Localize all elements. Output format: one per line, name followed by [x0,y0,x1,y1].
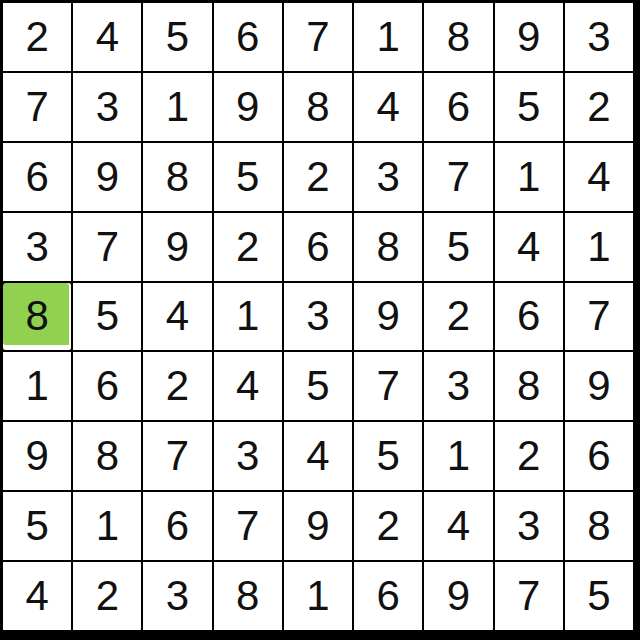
cell-r7c6[interactable]: 5 [354,422,422,490]
cell-r3c6[interactable]: 3 [354,143,422,211]
cell-r2c3[interactable]: 1 [143,73,211,141]
cell-r6c5[interactable]: 5 [284,352,352,420]
cell-r1c9[interactable]: 3 [565,3,633,71]
cell-r9c2[interactable]: 2 [73,562,141,630]
cell-r3c8[interactable]: 1 [495,143,563,211]
cell-r8c8[interactable]: 3 [495,492,563,560]
cell-r6c7[interactable]: 3 [424,352,492,420]
cell-r9c9[interactable]: 5 [565,562,633,630]
cell-r4c9[interactable]: 1 [565,213,633,281]
cell-r5c9[interactable]: 7 [565,283,633,351]
cell-r6c9[interactable]: 9 [565,352,633,420]
cell-r6c4[interactable]: 4 [214,352,282,420]
cell-r6c8[interactable]: 8 [495,352,563,420]
cell-r7c5[interactable]: 4 [284,422,352,490]
cell-r7c8[interactable]: 2 [495,422,563,490]
cell-r9c1[interactable]: 4 [3,562,71,630]
cell-r2c9[interactable]: 2 [565,73,633,141]
sudoku-board: 2456718937319846526985237143792685418541… [0,0,640,640]
cell-r8c4[interactable]: 7 [214,492,282,560]
cell-r8c2[interactable]: 1 [73,492,141,560]
cell-r7c4[interactable]: 3 [214,422,282,490]
highlighted-cell-r5c1[interactable]: 8 [3,283,71,351]
cell-r5c5[interactable]: 3 [284,283,352,351]
cell-r9c4[interactable]: 8 [214,562,282,630]
cell-r2c4[interactable]: 9 [214,73,282,141]
cell-r4c4[interactable]: 2 [214,213,282,281]
cell-r5c6[interactable]: 9 [354,283,422,351]
cell-r7c3[interactable]: 7 [143,422,211,490]
cell-r3c9[interactable]: 4 [565,143,633,211]
cell-r8c6[interactable]: 2 [354,492,422,560]
cell-r4c2[interactable]: 7 [73,213,141,281]
cell-r8c7[interactable]: 4 [424,492,492,560]
cell-r8c1[interactable]: 5 [3,492,71,560]
cell-r6c6[interactable]: 7 [354,352,422,420]
cell-r3c2[interactable]: 9 [73,143,141,211]
cell-r6c3[interactable]: 2 [143,352,211,420]
cell-r4c3[interactable]: 9 [143,213,211,281]
cell-r5c7[interactable]: 2 [424,283,492,351]
cell-r8c3[interactable]: 6 [143,492,211,560]
cell-r5c8[interactable]: 6 [495,283,563,351]
cell-r1c8[interactable]: 9 [495,3,563,71]
cell-r1c3[interactable]: 5 [143,3,211,71]
cell-r1c7[interactable]: 8 [424,3,492,71]
cell-r4c5[interactable]: 6 [284,213,352,281]
cell-r9c3[interactable]: 3 [143,562,211,630]
cell-r7c7[interactable]: 1 [424,422,492,490]
cell-r8c9[interactable]: 8 [565,492,633,560]
cell-r9c8[interactable]: 7 [495,562,563,630]
cell-r1c2[interactable]: 4 [73,3,141,71]
cell-r3c1[interactable]: 6 [3,143,71,211]
cell-r5c4[interactable]: 1 [214,283,282,351]
cell-r3c5[interactable]: 2 [284,143,352,211]
cell-r9c6[interactable]: 6 [354,562,422,630]
cell-r5c3[interactable]: 4 [143,283,211,351]
cell-r4c7[interactable]: 5 [424,213,492,281]
cell-r2c2[interactable]: 3 [73,73,141,141]
cell-r9c7[interactable]: 9 [424,562,492,630]
cell-r1c4[interactable]: 6 [214,3,282,71]
cell-r8c5[interactable]: 9 [284,492,352,560]
cell-r2c7[interactable]: 6 [424,73,492,141]
cell-r2c1[interactable]: 7 [3,73,71,141]
cell-r6c2[interactable]: 6 [73,352,141,420]
cell-r4c1[interactable]: 3 [3,213,71,281]
cell-r4c6[interactable]: 8 [354,213,422,281]
cell-r7c9[interactable]: 6 [565,422,633,490]
cell-r1c6[interactable]: 1 [354,3,422,71]
cell-r3c3[interactable]: 8 [143,143,211,211]
cell-r7c2[interactable]: 8 [73,422,141,490]
cell-r6c1[interactable]: 1 [3,352,71,420]
cell-r9c5[interactable]: 1 [284,562,352,630]
cell-r3c4[interactable]: 5 [214,143,282,211]
cell-r4c8[interactable]: 4 [495,213,563,281]
cell-r3c7[interactable]: 7 [424,143,492,211]
cell-r2c5[interactable]: 8 [284,73,352,141]
cell-r2c6[interactable]: 4 [354,73,422,141]
cell-r2c8[interactable]: 5 [495,73,563,141]
cell-r1c5[interactable]: 7 [284,3,352,71]
cell-r5c2[interactable]: 5 [73,283,141,351]
cell-r1c1[interactable]: 2 [3,3,71,71]
cell-r7c1[interactable]: 9 [3,422,71,490]
